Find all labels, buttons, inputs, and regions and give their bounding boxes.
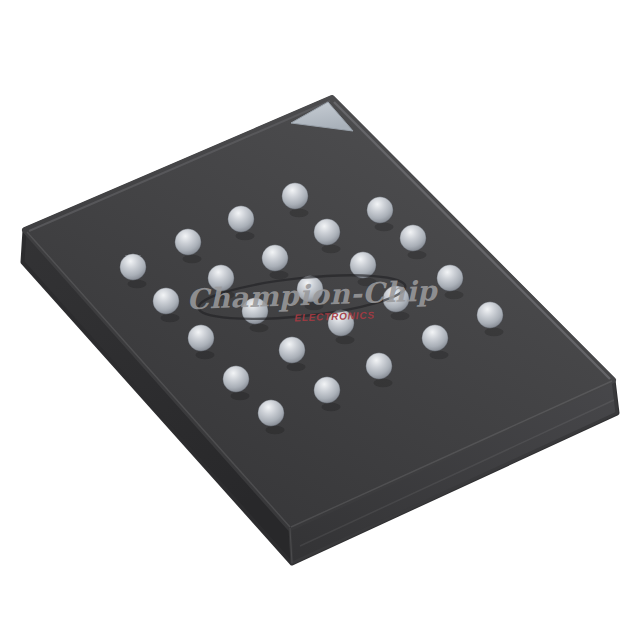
- ball-reflection: [322, 245, 341, 253]
- ball-reflection: [430, 351, 449, 359]
- solder-ball: [153, 288, 179, 314]
- ball-reflection: [485, 328, 504, 336]
- ball-reflection: [287, 363, 306, 371]
- solder-ball: [367, 197, 393, 223]
- solder-ball: [437, 265, 463, 291]
- ball-reflection: [374, 379, 393, 387]
- ball-reflection: [196, 351, 215, 359]
- solder-ball: [366, 353, 392, 379]
- ball-reflection: [375, 223, 394, 231]
- bga-chip-product-photo: Champion-Chip ELECTRONICS: [0, 0, 640, 640]
- solder-ball: [188, 325, 214, 351]
- ball-reflection: [270, 271, 289, 279]
- ball-reflection: [408, 251, 427, 259]
- ball-reflection: [445, 291, 464, 299]
- ball-reflection: [161, 314, 180, 322]
- chip-package: [23, 98, 617, 563]
- ball-reflection: [391, 312, 410, 320]
- solder-ball: [223, 366, 249, 392]
- solder-ball: [314, 377, 340, 403]
- solder-ball: [175, 229, 201, 255]
- chip-illustration: Champion-Chip ELECTRONICS: [0, 0, 640, 640]
- ball-reflection: [322, 403, 341, 411]
- ball-reflection: [128, 280, 147, 288]
- solder-ball: [120, 254, 146, 280]
- solder-ball: [262, 245, 288, 271]
- ball-reflection: [183, 255, 202, 263]
- solder-ball: [282, 183, 308, 209]
- solder-ball: [258, 400, 284, 426]
- ball-reflection: [250, 324, 269, 332]
- solder-ball: [422, 325, 448, 351]
- ball-reflection: [236, 232, 255, 240]
- solder-ball: [314, 219, 340, 245]
- solder-ball: [279, 337, 305, 363]
- solder-ball: [400, 225, 426, 251]
- solder-ball: [477, 302, 503, 328]
- ball-reflection: [336, 336, 355, 344]
- ball-reflection: [290, 209, 309, 217]
- ball-reflection: [266, 426, 285, 434]
- solder-ball: [228, 206, 254, 232]
- ball-reflection: [231, 392, 250, 400]
